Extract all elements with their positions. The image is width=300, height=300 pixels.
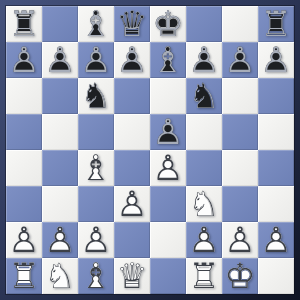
piece-fill-glyph: ♟ <box>186 42 222 78</box>
white-pawn: ♟♙ <box>114 186 150 222</box>
piece-fill-glyph: ♟ <box>6 222 42 258</box>
piece-outline-glyph: ♖ <box>6 258 42 294</box>
square-a2[interactable]: ♟♙ <box>6 222 42 258</box>
square-f5[interactable] <box>186 114 222 150</box>
square-c1[interactable]: ♝♗ <box>78 258 114 294</box>
square-b3[interactable] <box>42 186 78 222</box>
square-c6[interactable]: ♞♘ <box>78 78 114 114</box>
piece-fill-glyph: ♟ <box>114 186 150 222</box>
square-g3[interactable] <box>222 186 258 222</box>
white-king: ♚♔ <box>222 258 258 294</box>
square-c2[interactable]: ♟♙ <box>78 222 114 258</box>
black-pawn: ♟♙ <box>222 42 258 78</box>
square-a4[interactable] <box>6 150 42 186</box>
piece-fill-glyph: ♞ <box>186 186 222 222</box>
piece-outline-glyph: ♙ <box>186 42 222 78</box>
piece-outline-glyph: ♙ <box>114 186 150 222</box>
square-c3[interactable] <box>78 186 114 222</box>
square-c7[interactable]: ♟♙ <box>78 42 114 78</box>
white-pawn: ♟♙ <box>222 222 258 258</box>
square-e2[interactable] <box>150 222 186 258</box>
piece-outline-glyph: ♙ <box>42 222 78 258</box>
square-a8[interactable]: ♜♖ <box>6 6 42 42</box>
square-h5[interactable] <box>258 114 294 150</box>
piece-outline-glyph: ♔ <box>222 258 258 294</box>
square-c4[interactable]: ♝♗ <box>78 150 114 186</box>
piece-outline-glyph: ♖ <box>258 6 294 42</box>
square-g2[interactable]: ♟♙ <box>222 222 258 258</box>
piece-fill-glyph: ♟ <box>42 222 78 258</box>
black-pawn: ♟♙ <box>186 42 222 78</box>
piece-outline-glyph: ♙ <box>150 150 186 186</box>
square-b7[interactable]: ♟♙ <box>42 42 78 78</box>
square-c5[interactable] <box>78 114 114 150</box>
black-pawn: ♟♙ <box>6 42 42 78</box>
piece-fill-glyph: ♟ <box>78 42 114 78</box>
square-g5[interactable] <box>222 114 258 150</box>
square-h3[interactable] <box>258 186 294 222</box>
square-g8[interactable] <box>222 6 258 42</box>
square-f3[interactable]: ♞♘ <box>186 186 222 222</box>
square-a7[interactable]: ♟♙ <box>6 42 42 78</box>
square-e1[interactable] <box>150 258 186 294</box>
piece-outline-glyph: ♙ <box>258 42 294 78</box>
square-d4[interactable] <box>114 150 150 186</box>
piece-outline-glyph: ♙ <box>114 42 150 78</box>
chess-board-frame: ♜♖♝♗♛♕♚♔♜♖♟♙♟♙♟♙♟♙♝♗♟♙♟♙♟♙♞♘♞♘♟♙♝♗♟♙♟♙♞♘… <box>0 0 300 300</box>
black-pawn: ♟♙ <box>150 114 186 150</box>
piece-fill-glyph: ♚ <box>222 258 258 294</box>
black-rook: ♜♖ <box>6 6 42 42</box>
white-pawn: ♟♙ <box>6 222 42 258</box>
piece-outline-glyph: ♖ <box>6 6 42 42</box>
piece-fill-glyph: ♟ <box>258 42 294 78</box>
piece-fill-glyph: ♞ <box>186 78 222 114</box>
piece-outline-glyph: ♙ <box>42 42 78 78</box>
square-c8[interactable]: ♝♗ <box>78 6 114 42</box>
piece-fill-glyph: ♛ <box>114 258 150 294</box>
piece-fill-glyph: ♞ <box>78 78 114 114</box>
square-f2[interactable]: ♟♙ <box>186 222 222 258</box>
square-f8[interactable] <box>186 6 222 42</box>
piece-outline-glyph: ♙ <box>78 222 114 258</box>
black-knight: ♞♘ <box>186 78 222 114</box>
square-d3[interactable]: ♟♙ <box>114 186 150 222</box>
black-pawn: ♟♙ <box>42 42 78 78</box>
chess-board: ♜♖♝♗♛♕♚♔♜♖♟♙♟♙♟♙♟♙♝♗♟♙♟♙♟♙♞♘♞♘♟♙♝♗♟♙♟♙♞♘… <box>6 6 294 294</box>
piece-fill-glyph: ♛ <box>114 6 150 42</box>
square-b6[interactable] <box>42 78 78 114</box>
piece-outline-glyph: ♗ <box>78 6 114 42</box>
square-a1[interactable]: ♜♖ <box>6 258 42 294</box>
square-b5[interactable] <box>42 114 78 150</box>
piece-outline-glyph: ♖ <box>186 258 222 294</box>
piece-outline-glyph: ♙ <box>150 114 186 150</box>
piece-outline-glyph: ♔ <box>150 6 186 42</box>
piece-fill-glyph: ♟ <box>42 42 78 78</box>
piece-fill-glyph: ♟ <box>150 114 186 150</box>
square-e8[interactable]: ♚♔ <box>150 6 186 42</box>
white-pawn: ♟♙ <box>78 222 114 258</box>
square-a3[interactable] <box>6 186 42 222</box>
square-g6[interactable] <box>222 78 258 114</box>
square-e7[interactable]: ♝♗ <box>150 42 186 78</box>
piece-fill-glyph: ♟ <box>222 222 258 258</box>
piece-outline-glyph: ♗ <box>78 258 114 294</box>
white-queen: ♛♕ <box>114 258 150 294</box>
square-f1[interactable]: ♜♖ <box>186 258 222 294</box>
white-pawn: ♟♙ <box>186 222 222 258</box>
white-knight: ♞♘ <box>42 258 78 294</box>
white-knight: ♞♘ <box>186 186 222 222</box>
square-f7[interactable]: ♟♙ <box>186 42 222 78</box>
piece-fill-glyph: ♜ <box>6 6 42 42</box>
piece-fill-glyph: ♜ <box>6 258 42 294</box>
piece-fill-glyph: ♝ <box>78 6 114 42</box>
piece-outline-glyph: ♘ <box>78 78 114 114</box>
piece-outline-glyph: ♙ <box>222 42 258 78</box>
square-d1[interactable]: ♛♕ <box>114 258 150 294</box>
black-queen: ♛♕ <box>114 6 150 42</box>
square-d6[interactable] <box>114 78 150 114</box>
piece-outline-glyph: ♙ <box>258 222 294 258</box>
piece-fill-glyph: ♟ <box>150 150 186 186</box>
square-f6[interactable]: ♞♘ <box>186 78 222 114</box>
black-bishop: ♝♗ <box>150 42 186 78</box>
piece-outline-glyph: ♙ <box>6 222 42 258</box>
square-h4[interactable] <box>258 150 294 186</box>
white-pawn: ♟♙ <box>42 222 78 258</box>
square-a5[interactable] <box>6 114 42 150</box>
square-d2[interactable] <box>114 222 150 258</box>
piece-fill-glyph: ♟ <box>114 42 150 78</box>
piece-fill-glyph: ♝ <box>78 150 114 186</box>
square-d7[interactable]: ♟♙ <box>114 42 150 78</box>
black-bishop: ♝♗ <box>78 6 114 42</box>
square-d5[interactable] <box>114 114 150 150</box>
piece-outline-glyph: ♗ <box>78 150 114 186</box>
black-pawn: ♟♙ <box>258 42 294 78</box>
square-h1[interactable] <box>258 258 294 294</box>
black-knight: ♞♘ <box>78 78 114 114</box>
piece-outline-glyph: ♗ <box>150 42 186 78</box>
square-b1[interactable]: ♞♘ <box>42 258 78 294</box>
square-a6[interactable] <box>6 78 42 114</box>
black-pawn: ♟♙ <box>78 42 114 78</box>
piece-fill-glyph: ♟ <box>258 222 294 258</box>
square-h6[interactable] <box>258 78 294 114</box>
piece-outline-glyph: ♙ <box>222 222 258 258</box>
square-g7[interactable]: ♟♙ <box>222 42 258 78</box>
white-pawn: ♟♙ <box>150 150 186 186</box>
piece-fill-glyph: ♟ <box>78 222 114 258</box>
square-e3[interactable] <box>150 186 186 222</box>
square-g1[interactable]: ♚♔ <box>222 258 258 294</box>
black-king: ♚♔ <box>150 6 186 42</box>
piece-fill-glyph: ♜ <box>186 258 222 294</box>
white-rook: ♜♖ <box>186 258 222 294</box>
white-pawn: ♟♙ <box>258 222 294 258</box>
white-bishop: ♝♗ <box>78 258 114 294</box>
piece-outline-glyph: ♕ <box>114 6 150 42</box>
piece-fill-glyph: ♞ <box>42 258 78 294</box>
piece-outline-glyph: ♙ <box>78 42 114 78</box>
piece-outline-glyph: ♘ <box>186 78 222 114</box>
piece-fill-glyph: ♝ <box>78 258 114 294</box>
black-pawn: ♟♙ <box>114 42 150 78</box>
piece-outline-glyph: ♘ <box>186 186 222 222</box>
square-b8[interactable] <box>42 6 78 42</box>
piece-fill-glyph: ♝ <box>150 42 186 78</box>
square-d8[interactable]: ♛♕ <box>114 6 150 42</box>
white-rook: ♜♖ <box>6 258 42 294</box>
piece-outline-glyph: ♙ <box>6 42 42 78</box>
piece-fill-glyph: ♟ <box>186 222 222 258</box>
piece-outline-glyph: ♘ <box>42 258 78 294</box>
piece-fill-glyph: ♟ <box>6 42 42 78</box>
square-g4[interactable] <box>222 150 258 186</box>
square-e5[interactable]: ♟♙ <box>150 114 186 150</box>
piece-outline-glyph: ♙ <box>186 222 222 258</box>
square-b2[interactable]: ♟♙ <box>42 222 78 258</box>
square-h8[interactable]: ♜♖ <box>258 6 294 42</box>
piece-fill-glyph: ♟ <box>222 42 258 78</box>
piece-fill-glyph: ♚ <box>150 6 186 42</box>
piece-fill-glyph: ♜ <box>258 6 294 42</box>
square-h2[interactable]: ♟♙ <box>258 222 294 258</box>
square-e6[interactable] <box>150 78 186 114</box>
square-b4[interactable] <box>42 150 78 186</box>
piece-outline-glyph: ♕ <box>114 258 150 294</box>
black-rook: ♜♖ <box>258 6 294 42</box>
square-f4[interactable] <box>186 150 222 186</box>
square-h7[interactable]: ♟♙ <box>258 42 294 78</box>
white-bishop: ♝♗ <box>78 150 114 186</box>
square-e4[interactable]: ♟♙ <box>150 150 186 186</box>
